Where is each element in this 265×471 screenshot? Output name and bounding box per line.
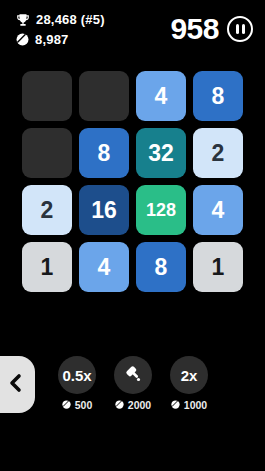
empty-cell <box>79 71 129 121</box>
powerup-half-multiplier: 0.5x 500 <box>55 356 99 411</box>
coins-value: 8,987 <box>35 32 69 47</box>
powerup-double-multiplier: 2x 1000 <box>167 356 211 411</box>
empty-cell <box>22 71 72 121</box>
hammer-cost: 2000 <box>128 399 151 411</box>
hammer-button[interactable] <box>114 356 152 394</box>
tile-16[interactable]: 16 <box>79 185 129 235</box>
score-area: 958 <box>170 14 253 44</box>
tile-1[interactable]: 1 <box>193 242 243 292</box>
tile-32[interactable]: 32 <box>136 128 186 178</box>
best-score-value: 28,468 (#5) <box>36 12 105 27</box>
half-multiplier-button[interactable]: 0.5x <box>58 356 96 394</box>
tile-4[interactable]: 4 <box>79 242 129 292</box>
trophy-icon <box>16 13 30 27</box>
tile-8[interactable]: 8 <box>136 242 186 292</box>
coins-row: 8,987 <box>16 32 105 47</box>
chevron-left-icon <box>6 372 26 397</box>
coin-icon <box>115 399 124 411</box>
pause-icon <box>236 24 239 34</box>
game-screen: { "game": "2048-style block merge puzzle… <box>0 0 265 471</box>
tile-2[interactable]: 2 <box>193 128 243 178</box>
back-button[interactable] <box>0 356 35 413</box>
hammer-cost-row: 2000 <box>115 399 151 411</box>
empty-cell <box>22 128 72 178</box>
half-multiplier-label: 0.5x <box>62 367 91 384</box>
tile-128[interactable]: 128 <box>136 185 186 235</box>
stats-panel: 28,468 (#5) 8,987 <box>16 12 105 47</box>
tile-4[interactable]: 4 <box>136 71 186 121</box>
tile-4[interactable]: 4 <box>193 185 243 235</box>
pause-button[interactable] <box>227 16 253 42</box>
pause-icon <box>242 24 245 34</box>
coin-icon <box>62 399 71 411</box>
tile-1[interactable]: 1 <box>22 242 72 292</box>
coin-icon <box>171 399 180 411</box>
powerup-hammer: 2000 <box>111 356 155 411</box>
double-multiplier-cost: 1000 <box>184 399 207 411</box>
tile-8[interactable]: 8 <box>79 128 129 178</box>
best-score-row: 28,468 (#5) <box>16 12 105 27</box>
double-multiplier-label: 2x <box>181 367 198 384</box>
double-multiplier-cost-row: 1000 <box>171 399 207 411</box>
tile-2[interactable]: 2 <box>22 185 72 235</box>
double-multiplier-button[interactable]: 2x <box>170 356 208 394</box>
coin-icon <box>16 33 29 46</box>
powerups-bar: 0.5x 500 <box>55 356 211 411</box>
header: 28,468 (#5) 8,987 958 <box>16 12 253 47</box>
tile-8[interactable]: 8 <box>193 71 243 121</box>
current-score: 958 <box>170 14 219 44</box>
board[interactable]: 48832221612841481 <box>22 71 243 292</box>
half-multiplier-cost-row: 500 <box>62 399 93 411</box>
hammer-icon <box>123 364 143 387</box>
half-multiplier-cost: 500 <box>75 399 93 411</box>
